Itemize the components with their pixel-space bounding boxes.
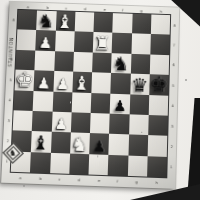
square-d2[interactable]: ♞ — [70, 133, 90, 154]
square-f3[interactable] — [109, 114, 129, 135]
piece-white-bishop-d5[interactable]: ♝ — [73, 73, 91, 92]
rank-label-left-8: 8 — [12, 18, 14, 22]
square-d5[interactable]: ♝ — [72, 72, 92, 93]
file-label-bottom-e: e — [97, 179, 99, 183]
square-d7[interactable] — [74, 32, 94, 53]
square-h4[interactable] — [148, 95, 168, 116]
file-label-bottom-b: b — [39, 177, 41, 181]
square-e5[interactable] — [91, 72, 111, 93]
square-b6[interactable] — [35, 50, 55, 71]
file-label-top-g: g — [140, 8, 142, 12]
square-h7[interactable] — [150, 34, 170, 55]
board-brand-text: STAUNTON — [7, 37, 17, 67]
square-f8[interactable] — [113, 13, 133, 33]
square-b4[interactable] — [33, 91, 53, 112]
piece-white-pawn-c3[interactable]: ♟ — [54, 117, 68, 133]
square-e7[interactable]: ♜ — [93, 32, 113, 53]
file-label-top-c: c — [65, 6, 67, 10]
file-label-bottom-f: f — [117, 179, 118, 183]
square-b1[interactable] — [30, 152, 50, 173]
file-label-top-a: a — [27, 5, 29, 9]
piece-white-rook-e7[interactable]: ♜ — [94, 34, 112, 53]
rank-label-left-4: 4 — [8, 98, 10, 102]
scene: abcdefgh abcdefgh 87654321 87654321 STAU… — [0, 0, 200, 200]
rank-label-right-6: 6 — [172, 63, 174, 67]
square-h3[interactable] — [148, 115, 168, 136]
rank-label-left-1: 1 — [5, 159, 7, 163]
square-f7[interactable] — [112, 33, 132, 54]
piece-black-pawn-e2[interactable]: ♟ — [92, 139, 106, 155]
piece-white-bishop-c8[interactable]: ♝ — [56, 13, 74, 32]
file-label-top-b: b — [46, 5, 48, 9]
square-c7[interactable] — [55, 31, 75, 52]
rank-label-right-5: 5 — [172, 83, 174, 87]
file-label-bottom-a: a — [19, 176, 21, 180]
square-c4[interactable] — [52, 91, 72, 112]
square-g8[interactable] — [132, 14, 152, 35]
square-a5[interactable]: ♚ — [15, 70, 35, 91]
piece-black-queen-g5[interactable]: ♛ — [131, 75, 149, 94]
square-g6[interactable] — [130, 54, 150, 75]
square-e3[interactable] — [90, 113, 110, 134]
piece-white-pawn-b5[interactable]: ♟ — [37, 76, 51, 91]
square-a7[interactable] — [16, 30, 36, 51]
square-h8[interactable] — [151, 14, 171, 35]
square-b5[interactable]: ♟ — [34, 70, 54, 91]
rank-label-left-5: 5 — [9, 78, 11, 82]
square-e2[interactable]: ♟ — [89, 133, 109, 154]
file-label-top-e: e — [103, 7, 105, 11]
square-h1[interactable] — [147, 156, 167, 177]
piece-white-king-a5[interactable]: ♚ — [15, 69, 35, 90]
square-a3[interactable] — [13, 110, 33, 131]
square-c8[interactable]: ♝ — [55, 11, 75, 31]
piece-white-knight-d2[interactable]: ♞ — [71, 134, 89, 154]
piece-white-pawn-b7[interactable]: ♟ — [38, 36, 52, 51]
square-f1[interactable] — [108, 155, 128, 176]
square-h2[interactable] — [147, 135, 167, 156]
square-g3[interactable] — [129, 114, 149, 135]
piece-black-knight-b8[interactable]: ♞ — [37, 12, 55, 31]
rank-label-right-4: 4 — [171, 104, 173, 108]
square-a8[interactable] — [17, 10, 37, 30]
square-g2[interactable] — [128, 135, 148, 156]
square-b7[interactable]: ♟ — [36, 30, 56, 51]
rank-label-right-8: 8 — [173, 23, 175, 27]
piece-black-king-h5[interactable]: ♚ — [149, 74, 168, 95]
rank-label-right-3: 3 — [171, 124, 173, 128]
square-d6[interactable] — [73, 52, 93, 73]
square-e4[interactable] — [91, 93, 111, 114]
square-b2[interactable]: ♝ — [31, 131, 51, 152]
board-grid: ♞♝♟♜♞♚♟♟♝♛♚♟♟♝♞♟ — [11, 10, 170, 177]
square-c6[interactable] — [54, 51, 74, 72]
file-label-bottom-g: g — [135, 180, 137, 184]
square-c1[interactable] — [50, 152, 70, 173]
piece-black-bishop-b2[interactable]: ♝ — [32, 133, 50, 153]
square-d3[interactable] — [71, 112, 91, 133]
rank-label-right-2: 2 — [170, 145, 172, 149]
square-e6[interactable] — [92, 52, 112, 73]
square-g5[interactable]: ♛ — [130, 74, 150, 95]
square-d4[interactable] — [71, 92, 91, 113]
piece-black-knight-f6[interactable]: ♞ — [112, 54, 130, 73]
square-e1[interactable] — [88, 154, 108, 175]
square-f5[interactable] — [111, 73, 131, 94]
square-g4[interactable] — [129, 94, 149, 115]
file-label-top-d: d — [84, 7, 86, 11]
piece-black-pawn-f4[interactable]: ♟ — [113, 99, 127, 114]
square-d1[interactable] — [69, 153, 89, 174]
square-e8[interactable] — [93, 12, 113, 32]
piece-white-pawn-c5[interactable]: ♟ — [56, 76, 70, 91]
square-b3[interactable] — [32, 111, 52, 132]
rank-label-left-2: 2 — [6, 139, 8, 143]
file-label-top-f: f — [122, 8, 123, 12]
square-f4[interactable]: ♟ — [110, 93, 130, 114]
chess-board: abcdefgh abcdefgh 87654321 87654321 STAU… — [1, 2, 179, 189]
file-label-bottom-h: h — [155, 181, 157, 185]
logo-knight-glyph: ♞ — [9, 149, 17, 157]
file-label-bottom-d: d — [78, 178, 80, 182]
file-label-bottom-c: c — [58, 177, 60, 181]
square-f2[interactable] — [109, 134, 129, 155]
square-f6[interactable]: ♞ — [111, 53, 131, 74]
rank-label-left-3: 3 — [7, 118, 9, 122]
square-c5[interactable]: ♟ — [53, 71, 73, 92]
square-g1[interactable] — [127, 155, 147, 176]
square-h5[interactable]: ♚ — [149, 74, 169, 95]
square-a4[interactable] — [14, 90, 34, 111]
rank-label-right-7: 7 — [173, 43, 175, 47]
square-c2[interactable] — [50, 132, 70, 153]
square-g7[interactable] — [131, 34, 151, 55]
square-d8[interactable] — [74, 12, 94, 32]
rank-label-right-1: 1 — [170, 165, 172, 169]
square-c3[interactable]: ♟ — [51, 112, 71, 133]
file-label-top-h: h — [159, 9, 161, 13]
square-b8[interactable]: ♞ — [36, 11, 56, 31]
